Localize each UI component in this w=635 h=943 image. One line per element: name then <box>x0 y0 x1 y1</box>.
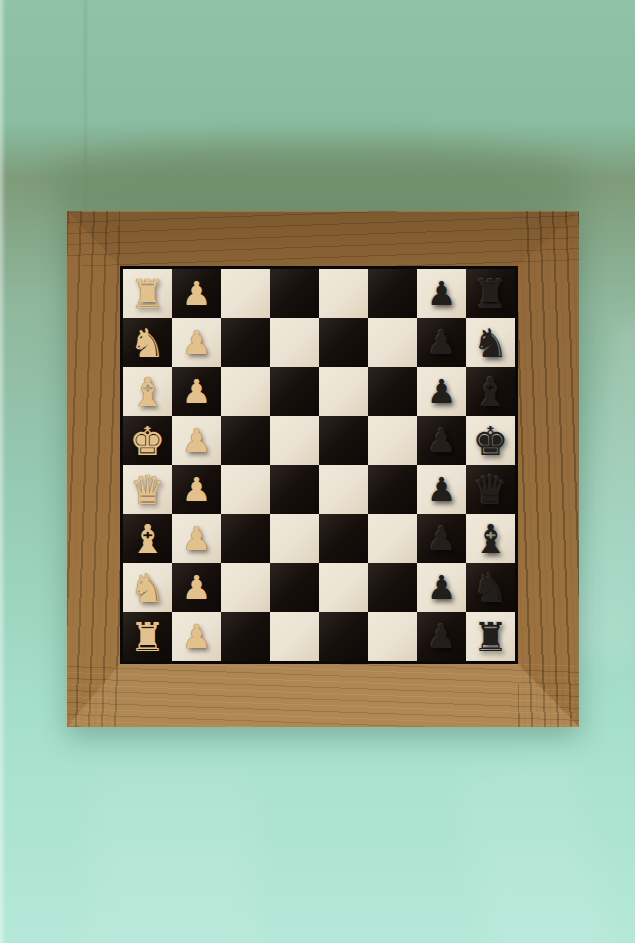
piece-black-bishop[interactable]: ♝ <box>473 519 509 559</box>
piece-white-bishop[interactable]: ♝ <box>130 519 166 559</box>
square-g7[interactable]: ♟ <box>417 318 466 367</box>
square-a6[interactable] <box>368 612 417 661</box>
square-f4[interactable] <box>270 367 319 416</box>
square-c6[interactable] <box>368 514 417 563</box>
square-g6[interactable] <box>368 318 417 367</box>
square-h2[interactable]: ♟ <box>172 269 221 318</box>
tabletop-surface: Overhead photograph of a wooden chess se… <box>0 0 635 943</box>
piece-white-knight[interactable]: ♞ <box>130 323 166 363</box>
piece-black-pawn[interactable]: ♟ <box>427 522 457 555</box>
square-d7[interactable]: ♟ <box>417 465 466 514</box>
square-a4[interactable] <box>270 612 319 661</box>
square-c4[interactable] <box>270 514 319 563</box>
square-e5[interactable] <box>319 416 368 465</box>
square-a3[interactable] <box>221 612 270 661</box>
square-f1[interactable]: ♝ <box>123 367 172 416</box>
square-f7[interactable]: ♟ <box>417 367 466 416</box>
piece-black-queen[interactable]: ♛ <box>473 470 509 510</box>
square-d2[interactable]: ♟ <box>172 465 221 514</box>
playing-area: ♜♟♟♜♞♟♟♞♝♟♟♝♚♟♟♚♛♟♟♛♝♟♟♝♞♟♟♞♜♟♟♜ <box>120 266 518 664</box>
square-g1[interactable]: ♞ <box>123 318 172 367</box>
square-b6[interactable] <box>368 563 417 612</box>
square-b8[interactable]: ♞ <box>466 563 515 612</box>
piece-white-pawn[interactable]: ♟ <box>182 424 212 457</box>
piece-black-pawn[interactable]: ♟ <box>427 620 457 653</box>
chess-board: ♜♟♟♜♞♟♟♞♝♟♟♝♚♟♟♚♛♟♟♛♝♟♟♝♞♟♟♞♜♟♟♜ <box>67 211 579 727</box>
square-c5[interactable] <box>319 514 368 563</box>
square-c7[interactable]: ♟ <box>417 514 466 563</box>
surface-reflection-bottom-right <box>453 753 616 943</box>
square-d1[interactable]: ♛ <box>123 465 172 514</box>
square-d5[interactable] <box>319 465 368 514</box>
piece-black-pawn[interactable]: ♟ <box>427 473 457 506</box>
piece-white-king[interactable]: ♚ <box>130 421 166 461</box>
square-e6[interactable] <box>368 416 417 465</box>
piece-black-pawn[interactable]: ♟ <box>427 571 457 604</box>
frame-grain-left <box>67 211 120 727</box>
square-b3[interactable] <box>221 563 270 612</box>
piece-white-pawn[interactable]: ♟ <box>182 326 212 359</box>
piece-black-pawn[interactable]: ♟ <box>427 326 457 359</box>
piece-black-knight[interactable]: ♞ <box>473 323 509 363</box>
frame-grain-top <box>67 211 579 266</box>
piece-white-pawn[interactable]: ♟ <box>182 473 212 506</box>
square-e1[interactable]: ♚ <box>123 416 172 465</box>
square-g4[interactable] <box>270 318 319 367</box>
square-c1[interactable]: ♝ <box>123 514 172 563</box>
frame-grain-right <box>518 211 579 727</box>
piece-white-bishop[interactable]: ♝ <box>130 372 166 412</box>
square-h4[interactable] <box>270 269 319 318</box>
square-d4[interactable] <box>270 465 319 514</box>
square-b5[interactable] <box>319 563 368 612</box>
surface-reflection-bottom-left <box>88 773 258 943</box>
square-g5[interactable] <box>319 318 368 367</box>
square-h3[interactable] <box>221 269 270 318</box>
square-a1[interactable]: ♜ <box>123 612 172 661</box>
square-f3[interactable] <box>221 367 270 416</box>
square-f2[interactable]: ♟ <box>172 367 221 416</box>
piece-black-rook[interactable]: ♜ <box>473 617 509 657</box>
piece-black-knight[interactable]: ♞ <box>473 568 509 608</box>
square-c3[interactable] <box>221 514 270 563</box>
square-h1[interactable]: ♜ <box>123 269 172 318</box>
square-h7[interactable]: ♟ <box>417 269 466 318</box>
table-edge-highlight <box>0 0 6 943</box>
square-b2[interactable]: ♟ <box>172 563 221 612</box>
square-f6[interactable] <box>368 367 417 416</box>
piece-white-queen[interactable]: ♛ <box>130 470 166 510</box>
square-a7[interactable]: ♟ <box>417 612 466 661</box>
piece-black-pawn[interactable]: ♟ <box>427 277 457 310</box>
square-b1[interactable]: ♞ <box>123 563 172 612</box>
piece-black-pawn[interactable]: ♟ <box>427 375 457 408</box>
square-h8[interactable]: ♜ <box>466 269 515 318</box>
piece-black-rook[interactable]: ♜ <box>473 274 509 314</box>
piece-white-pawn[interactable]: ♟ <box>182 571 212 604</box>
square-e7[interactable]: ♟ <box>417 416 466 465</box>
square-e4[interactable] <box>270 416 319 465</box>
square-e8[interactable]: ♚ <box>466 416 515 465</box>
square-h6[interactable] <box>368 269 417 318</box>
square-e3[interactable] <box>221 416 270 465</box>
square-d3[interactable] <box>221 465 270 514</box>
square-c2[interactable]: ♟ <box>172 514 221 563</box>
frame-grain-bottom <box>67 664 579 727</box>
piece-white-pawn[interactable]: ♟ <box>182 522 212 555</box>
square-d8[interactable]: ♛ <box>466 465 515 514</box>
square-c8[interactable]: ♝ <box>466 514 515 563</box>
square-a8[interactable]: ♜ <box>466 612 515 661</box>
square-g3[interactable] <box>221 318 270 367</box>
square-a2[interactable]: ♟ <box>172 612 221 661</box>
square-b7[interactable]: ♟ <box>417 563 466 612</box>
piece-white-pawn[interactable]: ♟ <box>182 620 212 653</box>
square-f8[interactable]: ♝ <box>466 367 515 416</box>
square-b4[interactable] <box>270 563 319 612</box>
piece-white-rook[interactable]: ♜ <box>130 274 166 314</box>
square-g8[interactable]: ♞ <box>466 318 515 367</box>
piece-white-pawn[interactable]: ♟ <box>182 277 212 310</box>
piece-black-bishop[interactable]: ♝ <box>473 372 509 412</box>
piece-black-king[interactable]: ♚ <box>473 421 509 461</box>
piece-black-pawn[interactable]: ♟ <box>427 424 457 457</box>
square-h5[interactable] <box>319 269 368 318</box>
piece-white-knight[interactable]: ♞ <box>130 568 166 608</box>
piece-white-rook[interactable]: ♜ <box>130 617 166 657</box>
square-a5[interactable] <box>319 612 368 661</box>
square-e2[interactable]: ♟ <box>172 416 221 465</box>
square-g2[interactable]: ♟ <box>172 318 221 367</box>
board-grid: ♜♟♟♜♞♟♟♞♝♟♟♝♚♟♟♚♛♟♟♛♝♟♟♝♞♟♟♞♜♟♟♜ <box>123 269 515 661</box>
piece-white-pawn[interactable]: ♟ <box>182 375 212 408</box>
square-d6[interactable] <box>368 465 417 514</box>
square-f5[interactable] <box>319 367 368 416</box>
